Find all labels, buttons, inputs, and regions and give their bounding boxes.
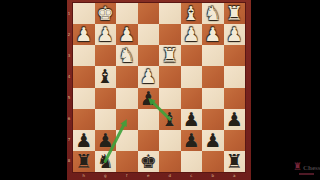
- square-h7[interactable]: ♟: [73, 130, 95, 151]
- square-d3[interactable]: ♜: [159, 45, 181, 66]
- square-d2[interactable]: [159, 24, 181, 45]
- piece-wN-b1: ♞: [202, 3, 224, 24]
- square-e5[interactable]: ♟: [138, 88, 160, 109]
- square-h5[interactable]: [73, 88, 95, 109]
- square-g1[interactable]: ♚: [95, 3, 117, 24]
- piece-wP-g2: ♟: [95, 24, 117, 45]
- ichess-logo: ♜ Chess: [293, 162, 317, 175]
- piece-bB-d6: ♝: [159, 109, 181, 130]
- piece-wP-f2: ♟: [116, 24, 138, 45]
- piece-bP-c6: ♟: [181, 109, 203, 130]
- square-a5[interactable]: [224, 88, 246, 109]
- square-c8[interactable]: [181, 151, 203, 172]
- square-h6[interactable]: [73, 109, 95, 130]
- square-g5[interactable]: [95, 88, 117, 109]
- piece-wN-f3: ♞: [116, 45, 138, 66]
- square-g2[interactable]: ♟: [95, 24, 117, 45]
- square-h2[interactable]: ♟: [73, 24, 95, 45]
- square-c6[interactable]: ♟: [181, 109, 203, 130]
- logo-underline: [299, 173, 314, 175]
- piece-wP-h2: ♟: [73, 24, 95, 45]
- square-e7[interactable]: [138, 130, 160, 151]
- square-e1[interactable]: [138, 3, 160, 24]
- square-f2[interactable]: ♟: [116, 24, 138, 45]
- piece-bN-g8: ♞: [95, 151, 117, 172]
- square-a1[interactable]: ♜: [224, 3, 246, 24]
- piece-bB-g4: ♝: [95, 66, 117, 87]
- square-b1[interactable]: ♞: [202, 3, 224, 24]
- square-h1[interactable]: [73, 3, 95, 24]
- square-f5[interactable]: [116, 88, 138, 109]
- square-a3[interactable]: [224, 45, 246, 66]
- square-e3[interactable]: [138, 45, 160, 66]
- piece-wR-a1: ♜: [224, 3, 246, 24]
- square-h3[interactable]: [73, 45, 95, 66]
- square-e8[interactable]: ♚: [138, 151, 160, 172]
- square-f7[interactable]: [116, 130, 138, 151]
- thumbnail-stage: ♚♝♞♜♟♟♟♟♟♟♞♜♝♟♟♝♟♟♟♟♟♟♜♞♚♜ ♜ Chess 12345…: [0, 0, 320, 180]
- piece-bP-e5: ♟: [138, 88, 160, 109]
- piece-wK-g1: ♚: [95, 3, 117, 24]
- piece-bR-a8: ♜: [224, 151, 246, 172]
- square-e2[interactable]: [138, 24, 160, 45]
- square-b7[interactable]: ♟: [202, 130, 224, 151]
- square-h8[interactable]: ♜: [73, 151, 95, 172]
- square-b6[interactable]: [202, 109, 224, 130]
- square-c3[interactable]: [181, 45, 203, 66]
- square-g8[interactable]: ♞: [95, 151, 117, 172]
- square-a7[interactable]: [224, 130, 246, 151]
- square-b3[interactable]: [202, 45, 224, 66]
- square-g6[interactable]: [95, 109, 117, 130]
- square-b5[interactable]: [202, 88, 224, 109]
- square-f1[interactable]: [116, 3, 138, 24]
- piece-bP-b7: ♟: [202, 130, 224, 151]
- square-d5[interactable]: [159, 88, 181, 109]
- square-e6[interactable]: [138, 109, 160, 130]
- square-c4[interactable]: [181, 66, 203, 87]
- piece-wB-c1: ♝: [181, 3, 203, 24]
- square-c7[interactable]: ♟: [181, 130, 203, 151]
- square-f4[interactable]: [116, 66, 138, 87]
- square-h4[interactable]: [73, 66, 95, 87]
- chess-board: ♚♝♞♜♟♟♟♟♟♟♞♜♝♟♟♝♟♟♟♟♟♟♜♞♚♜: [73, 3, 245, 172]
- square-a6[interactable]: ♟: [224, 109, 246, 130]
- square-d4[interactable]: [159, 66, 181, 87]
- square-c1[interactable]: ♝: [181, 3, 203, 24]
- piece-wP-e4: ♟: [138, 66, 160, 87]
- square-e4[interactable]: ♟: [138, 66, 160, 87]
- square-f8[interactable]: [116, 151, 138, 172]
- square-d8[interactable]: [159, 151, 181, 172]
- piece-wP-a2: ♟: [224, 24, 246, 45]
- square-f6[interactable]: [116, 109, 138, 130]
- piece-bR-h8: ♜: [73, 151, 95, 172]
- square-d1[interactable]: [159, 3, 181, 24]
- square-g4[interactable]: ♝: [95, 66, 117, 87]
- square-b8[interactable]: [202, 151, 224, 172]
- square-a4[interactable]: [224, 66, 246, 87]
- square-a2[interactable]: ♟: [224, 24, 246, 45]
- square-c5[interactable]: [181, 88, 203, 109]
- square-b4[interactable]: [202, 66, 224, 87]
- square-d6[interactable]: ♝: [159, 109, 181, 130]
- logo-text: Chess: [303, 165, 320, 172]
- piece-bP-g7: ♟: [95, 130, 117, 151]
- square-f3[interactable]: ♞: [116, 45, 138, 66]
- piece-bK-e8: ♚: [138, 151, 160, 172]
- square-b2[interactable]: ♟: [202, 24, 224, 45]
- piece-wP-c2: ♟: [181, 24, 203, 45]
- piece-bP-a6: ♟: [224, 109, 246, 130]
- square-g7[interactable]: ♟: [95, 130, 117, 151]
- square-g3[interactable]: [95, 45, 117, 66]
- piece-bP-c7: ♟: [181, 130, 203, 151]
- piece-wP-b2: ♟: [202, 24, 224, 45]
- logo-chess-piece-icon: ♜: [293, 162, 302, 172]
- square-c2[interactable]: ♟: [181, 24, 203, 45]
- piece-bP-h7: ♟: [73, 130, 95, 151]
- piece-wR-d3: ♜: [159, 45, 181, 66]
- square-a8[interactable]: ♜: [224, 151, 246, 172]
- square-d7[interactable]: [159, 130, 181, 151]
